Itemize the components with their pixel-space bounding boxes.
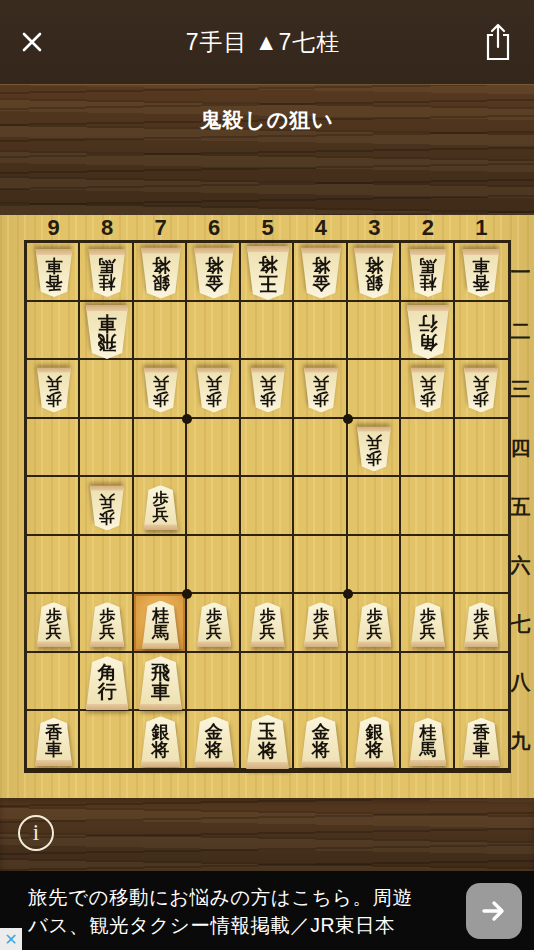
koma-gote-王将-51: 王将 — [245, 246, 291, 300]
rank-label-3: 三 — [507, 376, 534, 402]
share-button[interactable] — [462, 0, 534, 84]
shogi-board: 987654321 一二三四五六七八九 香車桂馬銀将金将王将金将銀将桂馬香車飛車… — [0, 215, 534, 798]
rank-label-2: 二 — [507, 318, 534, 344]
square-54 — [241, 419, 294, 478]
file-label-8: 8 — [92, 215, 122, 241]
koma-sente-金将-49: 金将 — [299, 716, 342, 767]
square-18 — [455, 653, 508, 712]
koma-gote-飛車-82: 飛車 — [84, 305, 130, 359]
square-26 — [401, 536, 454, 595]
square-35 — [348, 477, 401, 536]
square-14 — [455, 419, 508, 478]
koma-sente-桂馬-29: 桂馬 — [408, 718, 448, 766]
ad-close-button[interactable]: ✕ — [0, 928, 22, 950]
rank-label-6: 六 — [507, 552, 534, 578]
koma-gote-角行-22: 角行 — [405, 305, 451, 359]
koma-gote-桂馬-81: 桂馬 — [87, 249, 127, 297]
square-98 — [27, 653, 80, 712]
koma-sente-歩兵-37: 歩兵 — [356, 602, 393, 647]
koma-gote-歩兵-23: 歩兵 — [409, 368, 446, 413]
square-58 — [241, 653, 294, 712]
koma-gote-歩兵-85: 歩兵 — [89, 485, 126, 530]
koma-sente-桂馬-77: 桂馬 — [141, 601, 181, 649]
ad-line-2: バス、観光タクシー情報掲載／JR東日本 — [28, 911, 466, 939]
square-46 — [294, 536, 347, 595]
square-92 — [27, 302, 80, 361]
square-45 — [294, 477, 347, 536]
koma-sente-歩兵-57: 歩兵 — [249, 602, 286, 647]
square-62 — [187, 302, 240, 361]
koma-sente-香車-19: 香車 — [461, 718, 501, 766]
star-point — [182, 589, 192, 599]
koma-sente-歩兵-27: 歩兵 — [409, 602, 446, 647]
square-55 — [241, 477, 294, 536]
file-label-4: 4 — [306, 215, 336, 241]
koma-sente-角行-88: 角行 — [84, 656, 130, 710]
star-point — [343, 589, 353, 599]
square-25 — [401, 477, 454, 536]
square-76 — [134, 536, 187, 595]
koma-sente-歩兵-75: 歩兵 — [142, 485, 179, 530]
square-84 — [80, 419, 133, 478]
koma-sente-銀将-39: 銀将 — [353, 716, 396, 767]
square-42 — [294, 302, 347, 361]
square-28 — [401, 653, 454, 712]
star-point — [343, 414, 353, 424]
square-86 — [80, 536, 133, 595]
square-33 — [348, 360, 401, 419]
koma-gote-歩兵-13: 歩兵 — [463, 368, 500, 413]
square-24 — [401, 419, 454, 478]
ad-text[interactable]: 旅先での移動にお悩みの方はこちら。周遊 バス、観光タクシー情報掲載／JR東日本 — [0, 883, 466, 939]
koma-gote-金将-61: 金将 — [193, 248, 236, 299]
koma-gote-歩兵-73: 歩兵 — [142, 368, 179, 413]
footer-band: i — [0, 798, 534, 871]
koma-gote-歩兵-53: 歩兵 — [249, 368, 286, 413]
koma-sente-飛車-78: 飛車 — [138, 656, 184, 710]
square-16 — [455, 536, 508, 595]
koma-gote-銀将-31: 銀将 — [353, 248, 396, 299]
file-label-1: 1 — [466, 215, 496, 241]
koma-gote-桂馬-21: 桂馬 — [408, 249, 448, 297]
square-12 — [455, 302, 508, 361]
square-83 — [80, 360, 133, 419]
koma-gote-香車-91: 香車 — [34, 249, 74, 297]
ad-close-x-icon: ✕ — [4, 930, 17, 949]
share-icon — [482, 21, 514, 63]
ad-line-1: 旅先での移動にお悩みの方はこちら。周遊 — [28, 883, 466, 911]
koma-gote-歩兵-63: 歩兵 — [196, 368, 233, 413]
star-point — [182, 414, 192, 424]
rank-label-5: 五 — [507, 494, 534, 520]
koma-gote-金将-41: 金将 — [299, 248, 342, 299]
koma-sente-玉将-59: 玉将 — [245, 715, 291, 769]
board-frame: 香車桂馬銀将金将王将金将銀将桂馬香車飛車角行歩兵歩兵歩兵歩兵歩兵歩兵歩兵歩兵歩兵… — [24, 240, 511, 773]
square-32 — [348, 302, 401, 361]
file-label-2: 2 — [413, 215, 443, 241]
koma-sente-香車-99: 香車 — [34, 718, 74, 766]
square-65 — [187, 477, 240, 536]
ad-banner[interactable]: 旅先での移動にお悩みの方はこちら。周遊 バス、観光タクシー情報掲載／JR東日本 … — [0, 871, 534, 950]
square-68 — [187, 653, 240, 712]
navbar: 7手目 ▲7七桂 — [0, 0, 534, 84]
koma-gote-香車-11: 香車 — [461, 249, 501, 297]
file-label-5: 5 — [253, 215, 283, 241]
rank-label-1: 一 — [507, 259, 534, 285]
square-95 — [27, 477, 80, 536]
move-title: 7手目 ▲7七桂 — [64, 27, 462, 58]
square-44 — [294, 419, 347, 478]
square-15 — [455, 477, 508, 536]
koma-sente-金将-69: 金将 — [193, 716, 236, 767]
koma-sente-歩兵-97: 歩兵 — [35, 602, 72, 647]
opening-subtitle: 鬼殺しの狙い — [0, 106, 534, 134]
board-grid: 香車桂馬銀将金将王将金将銀将桂馬香車飛車角行歩兵歩兵歩兵歩兵歩兵歩兵歩兵歩兵歩兵… — [27, 243, 508, 770]
shogi-app-screen: 7手目 ▲7七桂 鬼殺しの狙い 987654321 一二三四五六七八九 香車桂馬… — [0, 0, 534, 950]
square-48 — [294, 653, 347, 712]
file-label-7: 7 — [146, 215, 176, 241]
koma-sente-歩兵-67: 歩兵 — [196, 602, 233, 647]
koma-sente-歩兵-17: 歩兵 — [463, 602, 500, 647]
square-38 — [348, 653, 401, 712]
koma-gote-歩兵-43: 歩兵 — [302, 368, 339, 413]
subtitle-band: 鬼殺しの狙い — [0, 84, 534, 215]
koma-gote-歩兵-93: 歩兵 — [35, 368, 72, 413]
rank-label-8: 八 — [507, 669, 534, 695]
koma-sente-歩兵-87: 歩兵 — [89, 602, 126, 647]
square-56 — [241, 536, 294, 595]
square-64 — [187, 419, 240, 478]
file-label-9: 9 — [39, 215, 69, 241]
info-button[interactable]: i — [18, 815, 54, 851]
arrow-right-icon — [480, 897, 508, 925]
rank-label-4: 四 — [507, 435, 534, 461]
koma-sente-銀将-79: 銀将 — [139, 716, 182, 767]
square-74 — [134, 419, 187, 478]
square-52 — [241, 302, 294, 361]
square-89 — [80, 711, 133, 770]
ad-arrow-button[interactable] — [466, 883, 522, 939]
koma-sente-歩兵-47: 歩兵 — [302, 602, 339, 647]
square-72 — [134, 302, 187, 361]
square-66 — [187, 536, 240, 595]
file-label-6: 6 — [199, 215, 229, 241]
square-36 — [348, 536, 401, 595]
info-icon: i — [33, 820, 39, 845]
square-96 — [27, 536, 80, 595]
rank-label-9: 九 — [507, 728, 534, 754]
close-button[interactable] — [0, 0, 64, 84]
koma-gote-歩兵-34: 歩兵 — [356, 426, 393, 471]
square-94 — [27, 419, 80, 478]
koma-gote-銀将-71: 銀将 — [139, 248, 182, 299]
rank-label-7: 七 — [507, 611, 534, 637]
file-label-3: 3 — [359, 215, 389, 241]
x-icon — [15, 25, 49, 59]
